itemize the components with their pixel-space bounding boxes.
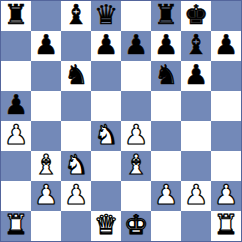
- square-b6[interactable]: [31, 61, 61, 91]
- piece-white-pawn: ♟: [214, 181, 238, 210]
- square-h6[interactable]: [211, 61, 241, 91]
- piece-black-king: ♚: [184, 1, 208, 30]
- square-h8[interactable]: [211, 1, 241, 31]
- square-e2[interactable]: [121, 181, 151, 211]
- square-g4[interactable]: [181, 121, 211, 151]
- square-h7[interactable]: ♟: [211, 31, 241, 61]
- piece-black-knight: ♞: [154, 61, 178, 90]
- square-c2[interactable]: ♟: [61, 181, 91, 211]
- piece-black-pawn: ♟: [154, 31, 178, 60]
- piece-black-bishop: ♝: [64, 1, 88, 30]
- square-b2[interactable]: ♟: [31, 181, 61, 211]
- square-h2[interactable]: ♟: [211, 181, 241, 211]
- square-g8[interactable]: ♚: [181, 1, 211, 31]
- square-a3[interactable]: [1, 151, 31, 181]
- square-d8[interactable]: ♛: [91, 1, 121, 31]
- square-d2[interactable]: [91, 181, 121, 211]
- square-f7[interactable]: ♟: [151, 31, 181, 61]
- square-d5[interactable]: [91, 91, 121, 121]
- square-c3[interactable]: ♞: [61, 151, 91, 181]
- square-a1[interactable]: ♜: [1, 211, 31, 241]
- square-h3[interactable]: [211, 151, 241, 181]
- square-b4[interactable]: [31, 121, 61, 151]
- square-g3[interactable]: [181, 151, 211, 181]
- square-c1[interactable]: [61, 211, 91, 241]
- square-a7[interactable]: [1, 31, 31, 61]
- piece-black-rook: ♜: [154, 1, 178, 30]
- piece-black-pawn: ♟: [94, 31, 118, 60]
- square-a4[interactable]: ♟: [1, 121, 31, 151]
- square-e3[interactable]: ♝: [121, 151, 151, 181]
- square-h1[interactable]: ♜: [211, 211, 241, 241]
- piece-white-king: ♚: [124, 211, 148, 240]
- square-a5[interactable]: ♟: [1, 91, 31, 121]
- square-c5[interactable]: [61, 91, 91, 121]
- piece-white-pawn: ♟: [184, 181, 208, 210]
- chess-board: ♜♝♛♜♚♟♟♟♟♝♟♞♞♟♟♟♞♟♝♞♝♟♟♟♟♟♜♛♚♜: [0, 0, 242, 242]
- piece-white-pawn: ♟: [34, 181, 58, 210]
- square-d4[interactable]: ♞: [91, 121, 121, 151]
- piece-black-pawn: ♟: [214, 31, 238, 60]
- square-e1[interactable]: ♚: [121, 211, 151, 241]
- square-d1[interactable]: ♛: [91, 211, 121, 241]
- square-f3[interactable]: [151, 151, 181, 181]
- square-g1[interactable]: [181, 211, 211, 241]
- piece-white-rook: ♜: [4, 211, 28, 240]
- piece-white-pawn: ♟: [64, 181, 88, 210]
- square-g5[interactable]: [181, 91, 211, 121]
- piece-black-pawn: ♟: [34, 31, 58, 60]
- piece-white-bishop: ♝: [34, 151, 58, 180]
- square-e5[interactable]: [121, 91, 151, 121]
- square-f5[interactable]: [151, 91, 181, 121]
- piece-black-pawn: ♟: [184, 61, 208, 90]
- piece-black-pawn: ♟: [4, 91, 28, 120]
- square-f4[interactable]: [151, 121, 181, 151]
- square-h4[interactable]: [211, 121, 241, 151]
- square-c8[interactable]: ♝: [61, 1, 91, 31]
- piece-black-knight: ♞: [64, 61, 88, 90]
- piece-white-pawn: ♟: [154, 181, 178, 210]
- piece-white-pawn: ♟: [124, 121, 148, 150]
- square-g2[interactable]: ♟: [181, 181, 211, 211]
- square-b3[interactable]: ♝: [31, 151, 61, 181]
- square-b5[interactable]: [31, 91, 61, 121]
- piece-black-pawn: ♟: [124, 31, 148, 60]
- piece-white-bishop: ♝: [124, 151, 148, 180]
- piece-black-bishop: ♝: [184, 31, 208, 60]
- square-a8[interactable]: ♜: [1, 1, 31, 31]
- square-d7[interactable]: ♟: [91, 31, 121, 61]
- piece-white-knight: ♞: [94, 121, 118, 150]
- square-a6[interactable]: [1, 61, 31, 91]
- piece-white-queen: ♛: [94, 211, 118, 240]
- square-f1[interactable]: [151, 211, 181, 241]
- square-a2[interactable]: [1, 181, 31, 211]
- piece-black-queen: ♛: [94, 1, 118, 30]
- square-f6[interactable]: ♞: [151, 61, 181, 91]
- square-b1[interactable]: [31, 211, 61, 241]
- square-d6[interactable]: [91, 61, 121, 91]
- piece-white-pawn: ♟: [4, 121, 28, 150]
- square-c6[interactable]: ♞: [61, 61, 91, 91]
- piece-black-rook: ♜: [4, 1, 28, 30]
- piece-white-rook: ♜: [214, 211, 238, 240]
- square-h5[interactable]: [211, 91, 241, 121]
- square-g7[interactable]: ♝: [181, 31, 211, 61]
- square-e6[interactable]: [121, 61, 151, 91]
- square-f2[interactable]: ♟: [151, 181, 181, 211]
- square-b8[interactable]: [31, 1, 61, 31]
- square-g6[interactable]: ♟: [181, 61, 211, 91]
- square-e4[interactable]: ♟: [121, 121, 151, 151]
- square-b7[interactable]: ♟: [31, 31, 61, 61]
- square-e7[interactable]: ♟: [121, 31, 151, 61]
- square-c4[interactable]: [61, 121, 91, 151]
- square-f8[interactable]: ♜: [151, 1, 181, 31]
- square-c7[interactable]: [61, 31, 91, 61]
- piece-white-knight: ♞: [64, 151, 88, 180]
- square-e8[interactable]: [121, 1, 151, 31]
- square-d3[interactable]: [91, 151, 121, 181]
